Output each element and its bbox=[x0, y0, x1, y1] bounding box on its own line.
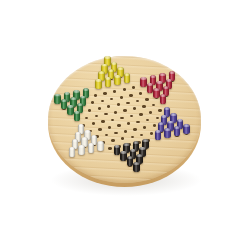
hole bbox=[110, 98, 113, 101]
peg-white[interactable] bbox=[97, 141, 104, 151]
hole bbox=[139, 113, 142, 116]
peg-purple[interactable] bbox=[155, 130, 162, 140]
hole bbox=[146, 119, 149, 122]
hole bbox=[120, 96, 123, 99]
peg-green[interactable] bbox=[67, 105, 74, 115]
hole bbox=[103, 92, 106, 95]
hole bbox=[95, 115, 98, 118]
hole bbox=[111, 119, 114, 122]
hole bbox=[101, 120, 104, 123]
hole bbox=[133, 107, 136, 110]
peg-red[interactable] bbox=[153, 88, 160, 98]
hole bbox=[114, 132, 117, 135]
hole bbox=[107, 105, 110, 108]
hole bbox=[124, 130, 127, 133]
peg-red[interactable] bbox=[140, 77, 147, 87]
hole bbox=[92, 122, 95, 125]
peg-white[interactable] bbox=[88, 143, 95, 153]
peg-yellow[interactable] bbox=[124, 73, 131, 83]
hole bbox=[140, 134, 143, 137]
hole bbox=[98, 107, 101, 110]
hole bbox=[132, 86, 135, 89]
board-grid bbox=[0, 0, 250, 250]
peg-white[interactable] bbox=[78, 145, 85, 155]
peg-red[interactable] bbox=[160, 94, 167, 104]
hole bbox=[101, 100, 104, 103]
hole bbox=[149, 111, 152, 114]
hole bbox=[121, 137, 124, 140]
hole bbox=[88, 109, 91, 112]
hole bbox=[130, 115, 133, 118]
peg-purple[interactable] bbox=[164, 128, 171, 138]
hole bbox=[105, 134, 108, 137]
hole bbox=[133, 128, 136, 131]
hole bbox=[113, 90, 116, 93]
hole bbox=[156, 117, 159, 120]
hole bbox=[111, 139, 114, 142]
hole bbox=[136, 121, 139, 124]
hole bbox=[143, 126, 146, 129]
peg-purple[interactable] bbox=[174, 126, 181, 136]
hole bbox=[117, 103, 120, 106]
hole bbox=[120, 117, 123, 120]
hole bbox=[114, 111, 117, 114]
peg-yellow[interactable] bbox=[105, 77, 112, 87]
hole bbox=[139, 92, 142, 95]
hole bbox=[150, 132, 153, 135]
peg-black[interactable] bbox=[114, 145, 121, 155]
peg-purple[interactable] bbox=[183, 124, 190, 134]
hole bbox=[85, 117, 88, 120]
hole bbox=[104, 113, 107, 116]
hole bbox=[158, 109, 161, 112]
peg-white[interactable] bbox=[69, 147, 76, 157]
hole bbox=[142, 105, 145, 108]
peg-green[interactable] bbox=[61, 99, 68, 109]
hole bbox=[129, 94, 132, 97]
hole bbox=[145, 98, 148, 101]
hole bbox=[123, 109, 126, 112]
peg-yellow[interactable] bbox=[95, 79, 102, 89]
peg-black[interactable] bbox=[133, 162, 140, 172]
hole bbox=[131, 136, 134, 139]
hole bbox=[94, 94, 97, 97]
hole bbox=[136, 100, 139, 103]
hole bbox=[152, 104, 155, 107]
hole bbox=[123, 88, 126, 91]
hole bbox=[126, 102, 129, 105]
peg-red[interactable] bbox=[147, 83, 154, 93]
hole bbox=[127, 122, 130, 125]
hole bbox=[91, 101, 94, 104]
peg-black[interactable] bbox=[120, 151, 127, 161]
peg-green[interactable] bbox=[74, 111, 81, 121]
peg-black[interactable] bbox=[127, 156, 134, 166]
peg-green[interactable] bbox=[54, 94, 61, 104]
peg-yellow[interactable] bbox=[114, 75, 121, 85]
hole bbox=[153, 124, 156, 127]
hole bbox=[108, 126, 111, 129]
product-photo bbox=[0, 0, 250, 250]
hole bbox=[117, 124, 120, 127]
hole bbox=[98, 128, 101, 131]
hole bbox=[108, 147, 111, 150]
